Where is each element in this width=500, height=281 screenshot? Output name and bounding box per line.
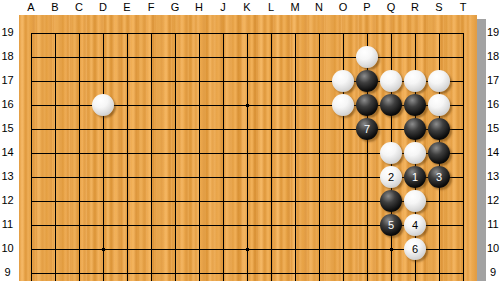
board-cell-B17[interactable] [43,69,67,93]
board-cell-A12[interactable] [19,189,43,213]
board-cell-F16[interactable] [139,93,163,117]
board-cell-O14[interactable] [331,141,355,165]
column-label-Q: Q [379,1,403,14]
move-number-label: 1 [412,171,418,182]
column-label-T: T [451,1,475,14]
board-cell-N16[interactable] [307,93,331,117]
board-cell-C11[interactable] [67,213,91,237]
board-cell-J14[interactable] [211,141,235,165]
board-cell-T16[interactable] [451,93,475,117]
board-cell-A14[interactable] [19,141,43,165]
board-cell-L12[interactable] [259,189,283,213]
column-label-F: F [139,1,163,14]
board-cell-A13[interactable] [19,165,43,189]
row-label-left-10: 10 [0,242,15,255]
board-cell-A18[interactable] [19,45,43,69]
row-label-right-11: 11 [486,218,500,231]
board-cell-A11[interactable] [19,213,43,237]
black-stone-S14[interactable] [428,142,450,164]
column-label-C: C [67,1,91,14]
board-cell-M16[interactable] [283,93,307,117]
column-label-D: D [91,1,115,14]
board-cell-D9[interactable] [91,261,115,281]
board-cell-O11[interactable] [331,213,355,237]
board-cell-D16[interactable] [91,93,115,117]
board-cell-L13[interactable] [259,165,283,189]
board-cell-B11[interactable] [43,213,67,237]
board-cell-H15[interactable] [187,117,211,141]
board-cell-L17[interactable] [259,69,283,93]
board-cell-M17[interactable] [283,69,307,93]
board-cell-K14[interactable] [235,141,259,165]
board-cell-M14[interactable] [283,141,307,165]
board-cell-D15[interactable] [91,117,115,141]
white-stone-R10[interactable]: 6 [404,238,426,260]
board-cell-D19[interactable] [91,21,115,45]
board-cell-N10[interactable] [307,237,331,261]
board-cell-H14[interactable] [187,141,211,165]
column-label-H: H [187,1,211,14]
board-cell-G13[interactable] [163,165,187,189]
board-cell-A15[interactable] [19,117,43,141]
board-cell-J16[interactable] [211,93,235,117]
board-cell-N19[interactable] [307,21,331,45]
board-cell-G11[interactable] [163,213,187,237]
board-cell-O16[interactable] [331,93,355,117]
white-stone-Q17[interactable] [380,70,402,92]
board-cell-Q10[interactable] [379,237,403,261]
column-label-O: O [331,1,355,14]
row-label-right-15: 15 [486,122,500,135]
row-label-left-11: 11 [0,218,15,231]
board-cell-O15[interactable] [331,117,355,141]
board-cell-J11[interactable] [211,213,235,237]
board-cell-Q13[interactable]: 2 [379,165,403,189]
board-cell-T13[interactable] [451,165,475,189]
board-cell-S11[interactable] [427,213,451,237]
board-grid: 7213546 [19,21,475,281]
board-cell-K11[interactable] [235,213,259,237]
board-cell-G12[interactable] [163,189,187,213]
board-cell-R10[interactable]: 6 [403,237,427,261]
black-stone-Q11[interactable]: 5 [380,214,402,236]
board-cell-N18[interactable] [307,45,331,69]
white-stone-S17[interactable] [428,70,450,92]
board-cell-T10[interactable] [451,237,475,261]
white-stone-S16[interactable] [428,94,450,116]
move-number-label: 7 [364,123,370,134]
board-cell-C19[interactable] [67,21,91,45]
board-cell-S13[interactable]: 3 [427,165,451,189]
go-board: 7213546 [19,15,477,281]
board-cell-G19[interactable] [163,21,187,45]
row-label-left-19: 19 [0,26,15,39]
board-cell-N11[interactable] [307,213,331,237]
board-cell-E12[interactable] [115,189,139,213]
board-cell-D17[interactable] [91,69,115,93]
board-cell-J12[interactable] [211,189,235,213]
white-stone-Q14[interactable] [380,142,402,164]
white-stone-O17[interactable] [332,70,354,92]
board-cell-F13[interactable] [139,165,163,189]
board-cell-H13[interactable] [187,165,211,189]
board-cell-S18[interactable] [427,45,451,69]
white-stone-R14[interactable] [404,142,426,164]
board-cell-P17[interactable] [355,69,379,93]
board-cell-K12[interactable] [235,189,259,213]
board-cell-A10[interactable] [19,237,43,261]
board-cell-O17[interactable] [331,69,355,93]
board-cell-P14[interactable] [355,141,379,165]
board-cell-L19[interactable] [259,21,283,45]
board-cell-Q18[interactable] [379,45,403,69]
board-cell-E17[interactable] [115,69,139,93]
board-cell-J17[interactable] [211,69,235,93]
board-cell-A17[interactable] [19,69,43,93]
board-cell-R13[interactable]: 1 [403,165,427,189]
board-cell-P9[interactable] [355,261,379,281]
board-cell-N17[interactable] [307,69,331,93]
board-cell-L9[interactable] [259,261,283,281]
board-cell-B12[interactable] [43,189,67,213]
board-cell-H17[interactable] [187,69,211,93]
column-label-G: G [163,1,187,14]
board-cell-M12[interactable] [283,189,307,213]
board-cell-F14[interactable] [139,141,163,165]
board-cell-E16[interactable] [115,93,139,117]
star-point-Q10 [390,248,393,251]
board-cell-T12[interactable] [451,189,475,213]
board-cell-H18[interactable] [187,45,211,69]
board-cell-P13[interactable] [355,165,379,189]
board-cell-O10[interactable] [331,237,355,261]
board-cell-S10[interactable] [427,237,451,261]
board-cell-L15[interactable] [259,117,283,141]
white-stone-R11[interactable]: 4 [404,214,426,236]
board-cell-M15[interactable] [283,117,307,141]
board-cell-K10[interactable] [235,237,259,261]
board-cell-J18[interactable] [211,45,235,69]
column-label-S: S [427,1,451,14]
star-point-K16 [246,104,249,107]
board-cell-H11[interactable] [187,213,211,237]
board-cell-C16[interactable] [67,93,91,117]
board-cell-K19[interactable] [235,21,259,45]
board-cell-P19[interactable] [355,21,379,45]
board-cell-T19[interactable] [451,21,475,45]
board-cell-Q19[interactable] [379,21,403,45]
row-label-right-10: 10 [486,242,500,255]
board-cell-T15[interactable] [451,117,475,141]
move-number-label: 5 [388,219,394,230]
board-cell-S12[interactable] [427,189,451,213]
white-stone-Q13[interactable]: 2 [380,166,402,188]
board-cell-A16[interactable] [19,93,43,117]
board-cell-J19[interactable] [211,21,235,45]
white-stone-O16[interactable] [332,94,354,116]
board-cell-E14[interactable] [115,141,139,165]
board-cell-M9[interactable] [283,261,307,281]
board-cell-E18[interactable] [115,45,139,69]
board-cell-O12[interactable] [331,189,355,213]
column-label-M: M [283,1,307,14]
board-cell-L10[interactable] [259,237,283,261]
board-cell-P18[interactable] [355,45,379,69]
board-cell-S14[interactable] [427,141,451,165]
board-cell-D12[interactable] [91,189,115,213]
board-cell-M10[interactable] [283,237,307,261]
board-cell-L16[interactable] [259,93,283,117]
white-stone-R17[interactable] [404,70,426,92]
board-cell-S19[interactable] [427,21,451,45]
row-label-left-18: 18 [0,50,15,63]
board-cell-K15[interactable] [235,117,259,141]
row-label-left-16: 16 [0,98,15,111]
board-cell-F11[interactable] [139,213,163,237]
move-number-label: 3 [436,171,442,182]
board-cell-B10[interactable] [43,237,67,261]
board-cell-F9[interactable] [139,261,163,281]
row-label-right-17: 17 [486,74,500,87]
board-cell-R9[interactable] [403,261,427,281]
board-cell-Q12[interactable] [379,189,403,213]
board-cell-K9[interactable] [235,261,259,281]
board-cell-N13[interactable] [307,165,331,189]
column-label-A: A [19,1,43,14]
board-cell-P15[interactable]: 7 [355,117,379,141]
black-stone-Q16[interactable] [380,94,402,116]
board-cell-D14[interactable] [91,141,115,165]
row-label-right-12: 12 [486,194,500,207]
board-cell-R19[interactable] [403,21,427,45]
board-cell-L18[interactable] [259,45,283,69]
board-cell-B14[interactable] [43,141,67,165]
board-cell-B13[interactable] [43,165,67,189]
board-cell-C17[interactable] [67,69,91,93]
board-cell-C13[interactable] [67,165,91,189]
board-cell-B15[interactable] [43,117,67,141]
board-cell-T18[interactable] [451,45,475,69]
row-label-right-16: 16 [486,98,500,111]
white-stone-D16[interactable] [92,94,114,116]
board-cell-G10[interactable] [163,237,187,261]
board-cell-R16[interactable] [403,93,427,117]
board-cell-J15[interactable] [211,117,235,141]
black-stone-P16[interactable] [356,94,378,116]
black-stone-Q12[interactable] [380,190,402,212]
board-cell-M19[interactable] [283,21,307,45]
board-cell-G18[interactable] [163,45,187,69]
star-point-K10 [246,248,249,251]
board-cell-N15[interactable] [307,117,331,141]
column-label-J: J [211,1,235,14]
board-cell-H12[interactable] [187,189,211,213]
black-stone-S15[interactable] [428,118,450,140]
board-cell-H9[interactable] [187,261,211,281]
row-label-right-13: 13 [486,170,500,183]
board-shadow [477,19,486,281]
board-cell-E15[interactable] [115,117,139,141]
board-cell-C18[interactable] [67,45,91,69]
board-cell-M18[interactable] [283,45,307,69]
board-cell-R12[interactable] [403,189,427,213]
board-cell-Q17[interactable] [379,69,403,93]
board-cell-H16[interactable] [187,93,211,117]
board-cell-Q14[interactable] [379,141,403,165]
row-label-left-14: 14 [0,146,15,159]
move-number-label: 2 [388,171,394,182]
board-cell-F19[interactable] [139,21,163,45]
board-cell-O18[interactable] [331,45,355,69]
board-cell-R14[interactable] [403,141,427,165]
board-cell-J9[interactable] [211,261,235,281]
column-label-B: B [43,1,67,14]
black-stone-P15[interactable]: 7 [356,118,378,140]
row-label-left-15: 15 [0,122,15,135]
board-cell-E13[interactable] [115,165,139,189]
column-label-R: R [403,1,427,14]
board-cell-Q9[interactable] [379,261,403,281]
board-cell-D13[interactable] [91,165,115,189]
board-cell-C9[interactable] [67,261,91,281]
board-cell-R15[interactable] [403,117,427,141]
board-cell-R11[interactable]: 4 [403,213,427,237]
board-cell-N12[interactable] [307,189,331,213]
white-stone-R12[interactable] [404,190,426,212]
board-cell-S15[interactable] [427,117,451,141]
row-label-right-14: 14 [486,146,500,159]
board-cell-E10[interactable] [115,237,139,261]
board-cell-F15[interactable] [139,117,163,141]
go-board-screenshot: 7213546 ABCDEFGHJKLMNOPQRST1919181817171… [0,0,500,281]
move-number-label: 6 [412,243,418,254]
board-cell-A9[interactable] [19,261,43,281]
board-cell-T11[interactable] [451,213,475,237]
board-cell-R17[interactable] [403,69,427,93]
row-label-right-19: 19 [486,26,500,39]
board-cell-Q16[interactable] [379,93,403,117]
board-cell-N9[interactable] [307,261,331,281]
board-cell-M13[interactable] [283,165,307,189]
board-cell-Q11[interactable]: 5 [379,213,403,237]
board-cell-O13[interactable] [331,165,355,189]
board-cell-M11[interactable] [283,213,307,237]
board-cell-P10[interactable] [355,237,379,261]
board-cell-E11[interactable] [115,213,139,237]
board-cell-H19[interactable] [187,21,211,45]
board-cell-C12[interactable] [67,189,91,213]
board-cell-G16[interactable] [163,93,187,117]
board-cell-T17[interactable] [451,69,475,93]
column-label-K: K [235,1,259,14]
board-cell-T9[interactable] [451,261,475,281]
board-cell-T14[interactable] [451,141,475,165]
board-cell-S16[interactable] [427,93,451,117]
board-cell-S9[interactable] [427,261,451,281]
board-cell-O9[interactable] [331,261,355,281]
move-number-label: 4 [412,219,418,230]
board-cell-B16[interactable] [43,93,67,117]
board-cell-C14[interactable] [67,141,91,165]
board-cell-G15[interactable] [163,117,187,141]
black-stone-R16[interactable] [404,94,426,116]
board-cell-G14[interactable] [163,141,187,165]
star-point-D10 [102,248,105,251]
board-cell-B9[interactable] [43,261,67,281]
black-stone-R13[interactable]: 1 [404,166,426,188]
board-cell-R18[interactable] [403,45,427,69]
row-label-left-9: 9 [0,266,15,279]
board-cell-C15[interactable] [67,117,91,141]
board-cell-F12[interactable] [139,189,163,213]
row-label-right-18: 18 [486,50,500,63]
board-cell-K18[interactable] [235,45,259,69]
board-cell-N14[interactable] [307,141,331,165]
board-cell-P12[interactable] [355,189,379,213]
board-cell-E9[interactable] [115,261,139,281]
board-cell-D18[interactable] [91,45,115,69]
board-cell-P16[interactable] [355,93,379,117]
black-stone-S13[interactable]: 3 [428,166,450,188]
board-cell-K17[interactable] [235,69,259,93]
row-label-left-13: 13 [0,170,15,183]
board-cell-H10[interactable] [187,237,211,261]
board-cell-D10[interactable] [91,237,115,261]
column-label-N: N [307,1,331,14]
column-label-P: P [355,1,379,14]
board-cell-F18[interactable] [139,45,163,69]
board-cell-F17[interactable] [139,69,163,93]
row-label-left-12: 12 [0,194,15,207]
board-cell-J13[interactable] [211,165,235,189]
board-cell-J10[interactable] [211,237,235,261]
white-stone-P18[interactable] [356,46,378,68]
board-cell-G9[interactable] [163,261,187,281]
board-cell-P11[interactable] [355,213,379,237]
board-cell-K16[interactable] [235,93,259,117]
column-label-E: E [115,1,139,14]
black-stone-R15[interactable] [404,118,426,140]
board-cell-Q15[interactable] [379,117,403,141]
board-cell-B18[interactable] [43,45,67,69]
board-cell-S17[interactable] [427,69,451,93]
row-label-left-17: 17 [0,74,15,87]
board-cell-O19[interactable] [331,21,355,45]
board-cell-L11[interactable] [259,213,283,237]
row-label-right-9: 9 [486,266,500,279]
board-cell-F10[interactable] [139,237,163,261]
column-label-L: L [259,1,283,14]
black-stone-P17[interactable] [356,70,378,92]
board-cell-A19[interactable] [19,21,43,45]
board-cell-K13[interactable] [235,165,259,189]
board-cell-G17[interactable] [163,69,187,93]
board-cell-D11[interactable] [91,213,115,237]
board-cell-C10[interactable] [67,237,91,261]
board-cell-B19[interactable] [43,21,67,45]
board-cell-L14[interactable] [259,141,283,165]
board-cell-E19[interactable] [115,21,139,45]
